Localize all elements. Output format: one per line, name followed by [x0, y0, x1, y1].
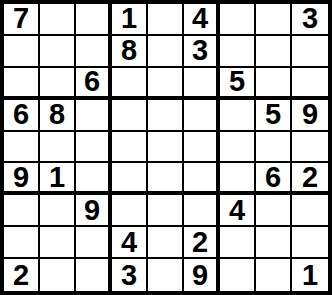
cell-r3c5[interactable]	[148, 68, 184, 100]
cell-r4c2[interactable]: 8	[40, 100, 76, 132]
cell-r3c6[interactable]	[184, 68, 220, 100]
cell-r5c5[interactable]	[148, 132, 184, 164]
cell-r6c2[interactable]: 1	[40, 163, 76, 195]
cell-r5c9[interactable]	[292, 132, 328, 164]
cell-r7c9[interactable]	[292, 195, 328, 227]
cell-r8c1[interactable]	[4, 227, 40, 259]
cell-r7c4[interactable]	[112, 195, 148, 227]
cell-r1c8[interactable]	[256, 4, 292, 36]
cell-r7c5[interactable]	[148, 195, 184, 227]
cell-r1c4[interactable]: 1	[112, 4, 148, 36]
cell-r9c9[interactable]: 1	[292, 259, 328, 291]
cell-r2c4[interactable]: 8	[112, 36, 148, 68]
cell-r1c3[interactable]	[76, 4, 112, 36]
cell-r7c1[interactable]	[4, 195, 40, 227]
cell-r9c8[interactable]	[256, 259, 292, 291]
cell-r1c2[interactable]	[40, 4, 76, 36]
cell-r8c8[interactable]	[256, 227, 292, 259]
cell-r4c4[interactable]	[112, 100, 148, 132]
cell-r6c3[interactable]	[76, 163, 112, 195]
cell-r2c5[interactable]	[148, 36, 184, 68]
cell-r5c1[interactable]	[4, 132, 40, 164]
cell-r3c8[interactable]	[256, 68, 292, 100]
cell-r8c9[interactable]	[292, 227, 328, 259]
cell-r5c8[interactable]	[256, 132, 292, 164]
cell-r1c9[interactable]: 3	[292, 4, 328, 36]
cell-r5c7[interactable]	[220, 132, 256, 164]
cell-r8c3[interactable]	[76, 227, 112, 259]
cell-r2c2[interactable]	[40, 36, 76, 68]
cell-r6c7[interactable]	[220, 163, 256, 195]
cell-r9c2[interactable]	[40, 259, 76, 291]
cell-r6c4[interactable]	[112, 163, 148, 195]
cell-r4c3[interactable]	[76, 100, 112, 132]
cell-r3c7[interactable]: 5	[220, 68, 256, 100]
cell-r4c5[interactable]	[148, 100, 184, 132]
cell-r9c5[interactable]	[148, 259, 184, 291]
cell-r2c1[interactable]	[4, 36, 40, 68]
cell-r8c4[interactable]: 4	[112, 227, 148, 259]
cell-r2c6[interactable]: 3	[184, 36, 220, 68]
cell-r2c8[interactable]	[256, 36, 292, 68]
cell-r2c7[interactable]	[220, 36, 256, 68]
cell-r5c6[interactable]	[184, 132, 220, 164]
cell-r1c1[interactable]: 7	[4, 4, 40, 36]
cell-r9c3[interactable]	[76, 259, 112, 291]
cell-r1c7[interactable]	[220, 4, 256, 36]
sudoku-board: 714383656859916294422391	[0, 0, 332, 295]
cell-r6c6[interactable]	[184, 163, 220, 195]
cell-r5c4[interactable]	[112, 132, 148, 164]
cell-r8c5[interactable]	[148, 227, 184, 259]
cell-r4c6[interactable]	[184, 100, 220, 132]
cell-r6c9[interactable]: 2	[292, 163, 328, 195]
cell-r6c8[interactable]: 6	[256, 163, 292, 195]
cell-r1c6[interactable]: 4	[184, 4, 220, 36]
cell-r2c3[interactable]	[76, 36, 112, 68]
cell-r7c3[interactable]: 9	[76, 195, 112, 227]
cell-r7c8[interactable]	[256, 195, 292, 227]
cell-r5c2[interactable]	[40, 132, 76, 164]
cell-r8c7[interactable]	[220, 227, 256, 259]
cell-r7c7[interactable]: 4	[220, 195, 256, 227]
cell-r8c6[interactable]: 2	[184, 227, 220, 259]
cell-r9c4[interactable]: 3	[112, 259, 148, 291]
cell-r3c3[interactable]: 6	[76, 68, 112, 100]
cell-r4c9[interactable]: 9	[292, 100, 328, 132]
cell-r9c6[interactable]: 9	[184, 259, 220, 291]
cell-r9c7[interactable]	[220, 259, 256, 291]
cell-r5c3[interactable]	[76, 132, 112, 164]
cell-r4c8[interactable]: 5	[256, 100, 292, 132]
cell-r6c1[interactable]: 9	[4, 163, 40, 195]
cell-r1c5[interactable]	[148, 4, 184, 36]
cell-r4c1[interactable]: 6	[4, 100, 40, 132]
cell-r3c4[interactable]	[112, 68, 148, 100]
cell-r6c5[interactable]	[148, 163, 184, 195]
cell-r4c7[interactable]	[220, 100, 256, 132]
cell-r8c2[interactable]	[40, 227, 76, 259]
cell-r3c9[interactable]	[292, 68, 328, 100]
cell-r7c2[interactable]	[40, 195, 76, 227]
cell-r7c6[interactable]	[184, 195, 220, 227]
cell-r3c1[interactable]	[4, 68, 40, 100]
cell-r2c9[interactable]	[292, 36, 328, 68]
cell-r3c2[interactable]	[40, 68, 76, 100]
cell-r9c1[interactable]: 2	[4, 259, 40, 291]
